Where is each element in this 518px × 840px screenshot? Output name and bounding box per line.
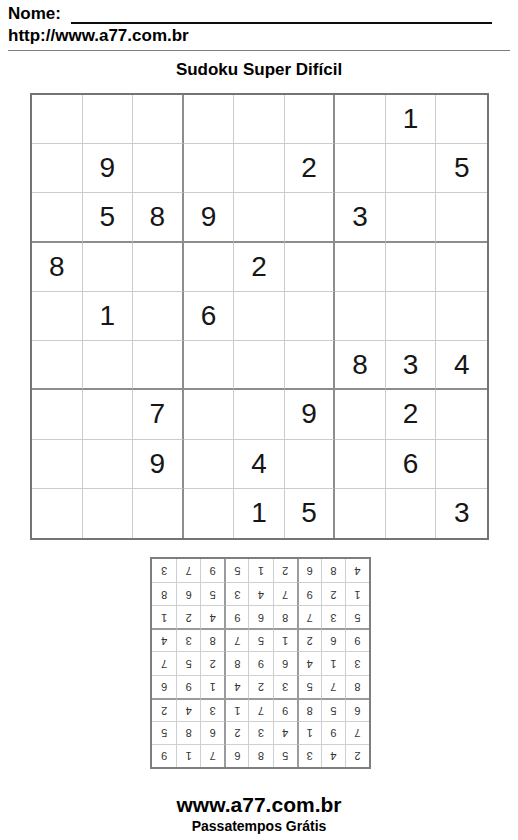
puzzle-cell-r8c1 xyxy=(32,440,83,489)
solution-cell-r7c1: 5 xyxy=(345,605,369,628)
puzzle-cell-r1c5 xyxy=(234,95,285,144)
solution-cell-r1c8: 1 xyxy=(176,744,200,767)
solution-cell-r8c8: 6 xyxy=(176,582,200,605)
solution-cell-r2c5: 3 xyxy=(248,721,272,744)
puzzle-cell-r9c1 xyxy=(32,489,83,538)
solution-cell-r5c6: 8 xyxy=(224,651,248,674)
solution-cell-r5c7: 2 xyxy=(200,651,224,674)
puzzle-cell-r7c5 xyxy=(234,390,285,439)
puzzle-cell-r2c8 xyxy=(386,144,437,193)
solution-cell-r9c9: 3 xyxy=(152,559,176,582)
puzzle-cell-r5c1 xyxy=(32,292,83,341)
puzzle-cell-r4c5: 2 xyxy=(234,243,285,292)
puzzle-cell-r6c7: 8 xyxy=(335,341,386,390)
puzzle-cell-r7c1 xyxy=(32,390,83,439)
solution-cell-r6c5: 5 xyxy=(248,628,272,651)
puzzle-cell-r7c9 xyxy=(436,390,487,439)
puzzle-cell-r5c8 xyxy=(386,292,437,341)
puzzle-cell-r2c4 xyxy=(184,144,235,193)
solution-cell-r2c1: 7 xyxy=(345,721,369,744)
puzzle-cell-r8c3: 9 xyxy=(133,440,184,489)
puzzle-cell-r6c1 xyxy=(32,341,83,390)
name-label: Nome: xyxy=(8,4,61,24)
solution-cell-r8c4: 7 xyxy=(273,582,297,605)
name-row: Nome: xyxy=(8,4,492,24)
puzzle-cell-r3c6 xyxy=(285,193,336,242)
name-blank-line xyxy=(71,6,492,24)
puzzle-cell-r2c1 xyxy=(32,144,83,193)
footer-tagline: Passatempos Grátis xyxy=(0,818,518,834)
solution-cell-r7c7: 4 xyxy=(200,605,224,628)
puzzle-cell-r4c9 xyxy=(436,243,487,292)
puzzle-cell-r4c7 xyxy=(335,243,386,292)
puzzle-cell-r4c4 xyxy=(184,243,235,292)
puzzle-cell-r3c4: 9 xyxy=(184,193,235,242)
puzzle-cell-r4c1: 8 xyxy=(32,243,83,292)
puzzle-cell-r1c8: 1 xyxy=(386,95,437,144)
puzzle-cell-r1c6 xyxy=(285,95,336,144)
solution-cell-r3c6: 1 xyxy=(224,698,248,721)
puzzle-cell-r5c5 xyxy=(234,292,285,341)
solution-cell-r9c6: 5 xyxy=(224,559,248,582)
solution-cell-r8c5: 4 xyxy=(248,582,272,605)
solution-cell-r3c2: 5 xyxy=(321,698,345,721)
puzzle-cell-r7c6: 9 xyxy=(285,390,336,439)
solution-cell-r5c2: 1 xyxy=(321,651,345,674)
solution-cell-r8c3: 9 xyxy=(297,582,321,605)
puzzle-cell-r5c3 xyxy=(133,292,184,341)
solution-cell-r9c3: 6 xyxy=(297,559,321,582)
solution-cell-r3c8: 4 xyxy=(176,698,200,721)
puzzle-cell-r8c6 xyxy=(285,440,336,489)
solution-cell-r6c4: 1 xyxy=(273,628,297,651)
solution-cell-r4c7: 1 xyxy=(200,675,224,698)
puzzle-cell-r8c5: 4 xyxy=(234,440,285,489)
puzzle-cell-r5c2: 1 xyxy=(83,292,134,341)
puzzle-cell-r8c4 xyxy=(184,440,235,489)
puzzle-cell-r7c8: 2 xyxy=(386,390,437,439)
solution-cell-r8c9: 8 xyxy=(152,582,176,605)
puzzle-cell-r2c5 xyxy=(234,144,285,193)
puzzle-cell-r8c2 xyxy=(83,440,134,489)
solution-cell-r4c5: 2 xyxy=(248,675,272,698)
solution-cell-r9c7: 9 xyxy=(200,559,224,582)
solution-cell-r6c1: 9 xyxy=(345,628,369,651)
solution-cell-r5c3: 4 xyxy=(297,651,321,674)
solution-cell-r5c9: 7 xyxy=(152,651,176,674)
solution-cell-r8c7: 5 xyxy=(200,582,224,605)
solution-cell-r2c7: 6 xyxy=(200,721,224,744)
solution-cell-r1c9: 9 xyxy=(152,744,176,767)
solution-cell-r7c8: 2 xyxy=(176,605,200,628)
solution-cell-r6c7: 8 xyxy=(200,628,224,651)
puzzle-cell-r1c4 xyxy=(184,95,235,144)
puzzle-cell-r2c7 xyxy=(335,144,386,193)
puzzle-cell-r9c4 xyxy=(184,489,235,538)
puzzle-cell-r8c8: 6 xyxy=(386,440,437,489)
puzzle-cell-r2c2: 9 xyxy=(83,144,134,193)
puzzle-cell-r5c9 xyxy=(436,292,487,341)
puzzle-cell-r1c2 xyxy=(83,95,134,144)
solution-cell-r9c8: 7 xyxy=(176,559,200,582)
solution-cell-r4c1: 8 xyxy=(345,675,369,698)
puzzle-cell-r9c8 xyxy=(386,489,437,538)
puzzle-cell-r3c1 xyxy=(32,193,83,242)
solution-cell-r8c6: 3 xyxy=(224,582,248,605)
solution-cell-r6c3: 2 xyxy=(297,628,321,651)
puzzle-cell-r7c7 xyxy=(335,390,386,439)
solution-cell-r5c8: 5 xyxy=(176,651,200,674)
puzzle-cell-r2c3 xyxy=(133,144,184,193)
solution-cell-r5c5: 9 xyxy=(248,651,272,674)
puzzle-cell-r6c4 xyxy=(184,341,235,390)
solution-cell-r6c2: 6 xyxy=(321,628,345,651)
puzzle-cell-r1c7 xyxy=(335,95,386,144)
solution-cell-r4c6: 4 xyxy=(224,675,248,698)
solution-cell-r7c5: 6 xyxy=(248,605,272,628)
puzzle-cell-r9c7 xyxy=(335,489,386,538)
solution-cell-r2c4: 4 xyxy=(273,721,297,744)
puzzle-cell-r6c5 xyxy=(234,341,285,390)
solution-cell-r2c3: 1 xyxy=(297,721,321,744)
solution-cell-r8c2: 2 xyxy=(321,582,345,605)
puzzle-cell-r3c9 xyxy=(436,193,487,242)
puzzle-cell-r1c9 xyxy=(436,95,487,144)
puzzle-cell-r3c5 xyxy=(234,193,285,242)
solution-grid-rotated: 2435867197914326856589713428753241963146… xyxy=(150,557,371,769)
page-title: Sudoku Super Difícil xyxy=(0,60,518,80)
solution-cell-r9c4: 2 xyxy=(273,559,297,582)
puzzle-cell-r5c6 xyxy=(285,292,336,341)
solution-cell-r8c1: 1 xyxy=(345,582,369,605)
solution-cell-r3c7: 3 xyxy=(200,698,224,721)
solution-cell-r5c1: 3 xyxy=(345,651,369,674)
footer-site: www.a77.com.br xyxy=(0,793,518,817)
puzzle-cell-r9c3 xyxy=(133,489,184,538)
solution-cell-r3c5: 7 xyxy=(248,698,272,721)
puzzle-cell-r7c4 xyxy=(184,390,235,439)
solution-cell-r2c9: 5 xyxy=(152,721,176,744)
puzzle-cell-r1c1 xyxy=(32,95,83,144)
solution-cell-r1c6: 6 xyxy=(224,744,248,767)
solution-cell-r1c3: 3 xyxy=(297,744,321,767)
puzzle-cell-r8c9 xyxy=(436,440,487,489)
puzzle-cell-r8c7 xyxy=(335,440,386,489)
puzzle-cell-r5c7 xyxy=(335,292,386,341)
solution-cell-r3c4: 9 xyxy=(273,698,297,721)
solution-cell-r4c8: 9 xyxy=(176,675,200,698)
puzzle-cell-r3c3: 8 xyxy=(133,193,184,242)
puzzle-cell-r4c2 xyxy=(83,243,134,292)
solution-cell-r3c3: 8 xyxy=(297,698,321,721)
solution-cell-r9c2: 8 xyxy=(321,559,345,582)
puzzle-cell-r4c6 xyxy=(285,243,336,292)
puzzle-cell-r9c5: 1 xyxy=(234,489,285,538)
puzzle-cell-r2c6: 2 xyxy=(285,144,336,193)
header-divider xyxy=(8,50,510,51)
puzzle-cell-r2c9: 5 xyxy=(436,144,487,193)
solution-cell-r3c9: 2 xyxy=(152,698,176,721)
puzzle-grid: 192558938216834792946153 xyxy=(30,93,489,540)
puzzle-cell-r1c3 xyxy=(133,95,184,144)
solution-cell-r7c2: 3 xyxy=(321,605,345,628)
solution-cell-r2c6: 2 xyxy=(224,721,248,744)
solution-cell-r3c1: 6 xyxy=(345,698,369,721)
solution-cell-r6c6: 7 xyxy=(224,628,248,651)
solution-cell-r2c8: 8 xyxy=(176,721,200,744)
puzzle-cell-r9c9: 3 xyxy=(436,489,487,538)
puzzle-cell-r6c9: 4 xyxy=(436,341,487,390)
puzzle-cell-r3c7: 3 xyxy=(335,193,386,242)
puzzle-cell-r6c2 xyxy=(83,341,134,390)
solution-cell-r7c6: 9 xyxy=(224,605,248,628)
puzzle-cell-r3c8 xyxy=(386,193,437,242)
solution-cell-r2c2: 9 xyxy=(321,721,345,744)
solution-cell-r1c2: 4 xyxy=(321,744,345,767)
puzzle-cell-r7c3: 7 xyxy=(133,390,184,439)
solution-cell-r1c4: 5 xyxy=(273,744,297,767)
solution-cell-r6c8: 3 xyxy=(176,628,200,651)
site-url-text: http://www.a77.com.br xyxy=(8,26,189,46)
puzzle-cell-r5c4: 6 xyxy=(184,292,235,341)
solution-cell-r7c3: 7 xyxy=(297,605,321,628)
solution-cell-r1c7: 7 xyxy=(200,744,224,767)
solution-cell-r7c4: 8 xyxy=(273,605,297,628)
puzzle-cell-r3c2: 5 xyxy=(83,193,134,242)
puzzle-cell-r6c6 xyxy=(285,341,336,390)
solution-cell-r1c1: 2 xyxy=(345,744,369,767)
puzzle-cell-r4c8 xyxy=(386,243,437,292)
solution-cell-r6c9: 4 xyxy=(152,628,176,651)
puzzle-cell-r6c3 xyxy=(133,341,184,390)
solution-cell-r5c4: 6 xyxy=(273,651,297,674)
puzzle-cell-r4c3 xyxy=(133,243,184,292)
puzzle-cell-r7c2 xyxy=(83,390,134,439)
solution-cell-r7c9: 1 xyxy=(152,605,176,628)
solution-cell-r9c1: 4 xyxy=(345,559,369,582)
solution-cell-r9c5: 1 xyxy=(248,559,272,582)
puzzle-cell-r6c8: 3 xyxy=(386,341,437,390)
solution-cell-r4c9: 6 xyxy=(152,675,176,698)
solution-cell-r4c3: 5 xyxy=(297,675,321,698)
solution-cell-r4c2: 7 xyxy=(321,675,345,698)
puzzle-cell-r9c6: 5 xyxy=(285,489,336,538)
solution-cell-r4c4: 3 xyxy=(273,675,297,698)
solution-cell-r1c5: 8 xyxy=(248,744,272,767)
puzzle-cell-r9c2 xyxy=(83,489,134,538)
